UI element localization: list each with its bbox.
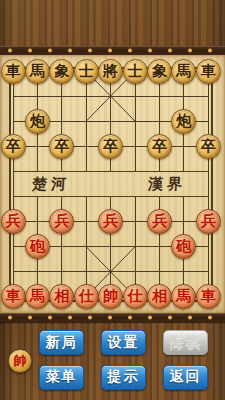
decorative-nail-band-top — [0, 46, 225, 55]
xiangqi-board[interactable]: 楚河 漢界 車馬象士將士象馬車炮炮卒卒卒卒卒兵兵兵兵兵砲砲車馬相仕帥仕相馬車 — [0, 55, 225, 313]
piece-red-chariot[interactable]: 車 — [1, 284, 26, 309]
piece-black-advisor[interactable]: 士 — [123, 59, 148, 84]
piece-black-cannon[interactable]: 炮 — [171, 109, 196, 134]
hint-button[interactable]: 提示 — [101, 365, 146, 390]
piece-red-cannon[interactable]: 砲 — [25, 234, 50, 259]
piece-black-soldier[interactable]: 卒 — [98, 134, 123, 159]
piece-black-elephant[interactable]: 象 — [49, 59, 74, 84]
piece-black-soldier[interactable]: 卒 — [147, 134, 172, 159]
piece-black-horse[interactable]: 馬 — [25, 59, 50, 84]
xiangqi-app: 楚河 漢界 車馬象士將士象馬車炮炮卒卒卒卒卒兵兵兵兵兵砲砲車馬相仕帥仕相馬車 帥… — [0, 0, 225, 400]
piece-black-general[interactable]: 將 — [98, 59, 123, 84]
piece-black-cannon[interactable]: 炮 — [25, 109, 50, 134]
piece-red-soldier[interactable]: 兵 — [1, 209, 26, 234]
menu-button[interactable]: 菜单 — [39, 365, 84, 390]
piece-black-chariot[interactable]: 車 — [1, 59, 26, 84]
piece-black-advisor[interactable]: 士 — [74, 59, 99, 84]
piece-red-soldier[interactable]: 兵 — [196, 209, 221, 234]
piece-black-elephant[interactable]: 象 — [147, 59, 172, 84]
control-button-grid: 新局设置悔棋菜单提示返回 — [39, 330, 208, 390]
new-game-button[interactable]: 新局 — [39, 330, 84, 355]
back-button[interactable]: 返回 — [163, 365, 208, 390]
river-label-left: 楚河 — [31, 175, 70, 193]
piece-red-soldier[interactable]: 兵 — [147, 209, 172, 234]
river-label-right: 漢界 — [147, 175, 186, 193]
piece-black-chariot[interactable]: 車 — [196, 59, 221, 84]
piece-red-advisor[interactable]: 仕 — [123, 284, 148, 309]
piece-black-soldier[interactable]: 卒 — [49, 134, 74, 159]
decorative-nail-band-bottom — [0, 313, 225, 322]
settings-button[interactable]: 设置 — [101, 330, 146, 355]
piece-black-soldier[interactable]: 卒 — [1, 134, 26, 159]
turn-indicator-red-general: 帥 — [8, 349, 32, 373]
piece-black-soldier[interactable]: 卒 — [196, 134, 221, 159]
undo-button[interactable]: 悔棋 — [163, 330, 208, 355]
piece-red-chariot[interactable]: 車 — [196, 284, 221, 309]
piece-black-horse[interactable]: 馬 — [171, 59, 196, 84]
piece-red-advisor[interactable]: 仕 — [74, 284, 99, 309]
